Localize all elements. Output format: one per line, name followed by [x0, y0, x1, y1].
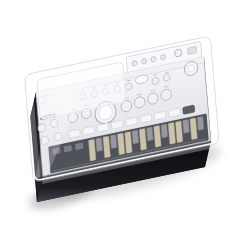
product-photo-canvas: KORG	[0, 0, 240, 240]
product-photo: KORG	[0, 0, 240, 240]
